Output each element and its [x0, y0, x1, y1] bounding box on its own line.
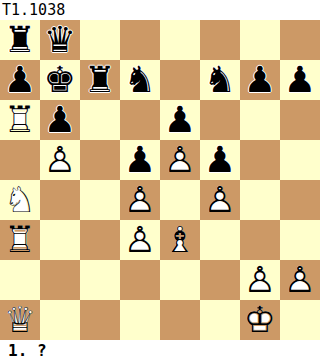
square-d6[interactable]: [120, 100, 160, 140]
square-g7[interactable]: ♟: [240, 60, 280, 100]
square-h3[interactable]: [280, 220, 320, 260]
square-b2[interactable]: [40, 260, 80, 300]
piece-white-pawn-fill: ♟: [40, 140, 80, 180]
piece-black-pawn: ♟: [160, 100, 200, 140]
square-f1[interactable]: [200, 300, 240, 340]
square-a2[interactable]: [0, 260, 40, 300]
piece-white-pawn-fill: ♟: [120, 220, 160, 260]
piece-white-pawn: ♙: [240, 260, 280, 300]
piece-black-pawn: ♟: [40, 100, 80, 140]
square-e4[interactable]: [160, 180, 200, 220]
square-c8[interactable]: [80, 20, 120, 60]
square-b4[interactable]: [40, 180, 80, 220]
square-f6[interactable]: [200, 100, 240, 140]
square-f3[interactable]: [200, 220, 240, 260]
square-e7[interactable]: [160, 60, 200, 100]
square-g1[interactable]: ♚♔: [240, 300, 280, 340]
square-c2[interactable]: [80, 260, 120, 300]
piece-white-pawn: ♙: [280, 260, 320, 300]
square-d8[interactable]: [120, 20, 160, 60]
square-b5[interactable]: ♟♙: [40, 140, 80, 180]
piece-black-pawn: ♟: [240, 60, 280, 100]
square-h1[interactable]: [280, 300, 320, 340]
square-a8[interactable]: ♜: [0, 20, 40, 60]
piece-white-pawn-fill: ♟: [200, 180, 240, 220]
square-c3[interactable]: [80, 220, 120, 260]
square-g2[interactable]: ♟♙: [240, 260, 280, 300]
square-d3[interactable]: ♟♙: [120, 220, 160, 260]
piece-white-rook-fill: ♜: [0, 100, 40, 140]
square-f4[interactable]: ♟♙: [200, 180, 240, 220]
piece-white-pawn: ♙: [120, 180, 160, 220]
puzzle-id: T1.1038: [2, 1, 65, 19]
square-e5[interactable]: ♟♙: [160, 140, 200, 180]
piece-white-pawn: ♙: [120, 220, 160, 260]
piece-black-rook: ♜: [0, 20, 40, 60]
square-e2[interactable]: [160, 260, 200, 300]
square-h4[interactable]: [280, 180, 320, 220]
square-a3[interactable]: ♜♖: [0, 220, 40, 260]
piece-black-king: ♚: [40, 60, 80, 100]
piece-white-king-fill: ♚: [240, 300, 280, 340]
square-f5[interactable]: ♟: [200, 140, 240, 180]
piece-white-knight: ♘: [0, 180, 40, 220]
square-a6[interactable]: ♜♖: [0, 100, 40, 140]
square-b6[interactable]: ♟: [40, 100, 80, 140]
square-f2[interactable]: [200, 260, 240, 300]
square-f7[interactable]: ♞: [200, 60, 240, 100]
square-e6[interactable]: ♟: [160, 100, 200, 140]
square-d1[interactable]: [120, 300, 160, 340]
title-bar: T1.1038: [0, 0, 320, 20]
square-h5[interactable]: [280, 140, 320, 180]
square-c4[interactable]: [80, 180, 120, 220]
square-h8[interactable]: [280, 20, 320, 60]
square-c5[interactable]: [80, 140, 120, 180]
square-g4[interactable]: [240, 180, 280, 220]
piece-black-knight: ♞: [120, 60, 160, 100]
piece-black-pawn: ♟: [280, 60, 320, 100]
chess-board: ♜♛♟♚♜♞♞♟♟♜♖♟♟♟♙♟♟♙♟♞♘♟♙♟♙♜♖♟♙♝♗♟♙♟♙♛♕♚♔: [0, 20, 320, 340]
square-a4[interactable]: ♞♘: [0, 180, 40, 220]
square-d5[interactable]: ♟: [120, 140, 160, 180]
square-b7[interactable]: ♚: [40, 60, 80, 100]
square-b3[interactable]: [40, 220, 80, 260]
piece-white-king: ♔: [240, 300, 280, 340]
piece-white-pawn: ♙: [200, 180, 240, 220]
piece-white-pawn: ♙: [40, 140, 80, 180]
square-b8[interactable]: ♛: [40, 20, 80, 60]
status-bar: 1. ?: [0, 340, 320, 360]
piece-white-pawn-fill: ♟: [160, 140, 200, 180]
piece-black-pawn: ♟: [200, 140, 240, 180]
square-e3[interactable]: ♝♗: [160, 220, 200, 260]
square-a1[interactable]: ♛♕: [0, 300, 40, 340]
square-f8[interactable]: [200, 20, 240, 60]
square-d4[interactable]: ♟♙: [120, 180, 160, 220]
piece-white-pawn: ♙: [160, 140, 200, 180]
square-h2[interactable]: ♟♙: [280, 260, 320, 300]
piece-white-rook: ♖: [0, 220, 40, 260]
piece-black-knight: ♞: [200, 60, 240, 100]
piece-black-queen: ♛: [40, 20, 80, 60]
chess-puzzle-screen: T1.1038 ♜♛♟♚♜♞♞♟♟♜♖♟♟♟♙♟♟♙♟♞♘♟♙♟♙♜♖♟♙♝♗♟…: [0, 0, 320, 360]
square-c1[interactable]: [80, 300, 120, 340]
square-g8[interactable]: [240, 20, 280, 60]
square-e1[interactable]: [160, 300, 200, 340]
square-e8[interactable]: [160, 20, 200, 60]
piece-black-rook: ♜: [80, 60, 120, 100]
piece-white-bishop-fill: ♝: [160, 220, 200, 260]
piece-white-rook: ♖: [0, 100, 40, 140]
piece-white-bishop: ♗: [160, 220, 200, 260]
square-h7[interactable]: ♟: [280, 60, 320, 100]
square-g6[interactable]: [240, 100, 280, 140]
square-a5[interactable]: [0, 140, 40, 180]
square-d7[interactable]: ♞: [120, 60, 160, 100]
square-g3[interactable]: [240, 220, 280, 260]
piece-white-pawn-fill: ♟: [280, 260, 320, 300]
square-c6[interactable]: [80, 100, 120, 140]
move-prompt: 1. ?: [8, 341, 47, 360]
square-a7[interactable]: ♟: [0, 60, 40, 100]
piece-white-pawn-fill: ♟: [120, 180, 160, 220]
piece-black-pawn: ♟: [0, 60, 40, 100]
piece-black-pawn: ♟: [120, 140, 160, 180]
piece-white-pawn-fill: ♟: [240, 260, 280, 300]
piece-white-knight-fill: ♞: [0, 180, 40, 220]
square-h6[interactable]: [280, 100, 320, 140]
piece-white-queen-fill: ♛: [0, 300, 40, 340]
square-d2[interactable]: [120, 260, 160, 300]
square-b1[interactable]: [40, 300, 80, 340]
piece-white-queen: ♕: [0, 300, 40, 340]
square-c7[interactable]: ♜: [80, 60, 120, 100]
square-g5[interactable]: [240, 140, 280, 180]
piece-white-rook-fill: ♜: [0, 220, 40, 260]
